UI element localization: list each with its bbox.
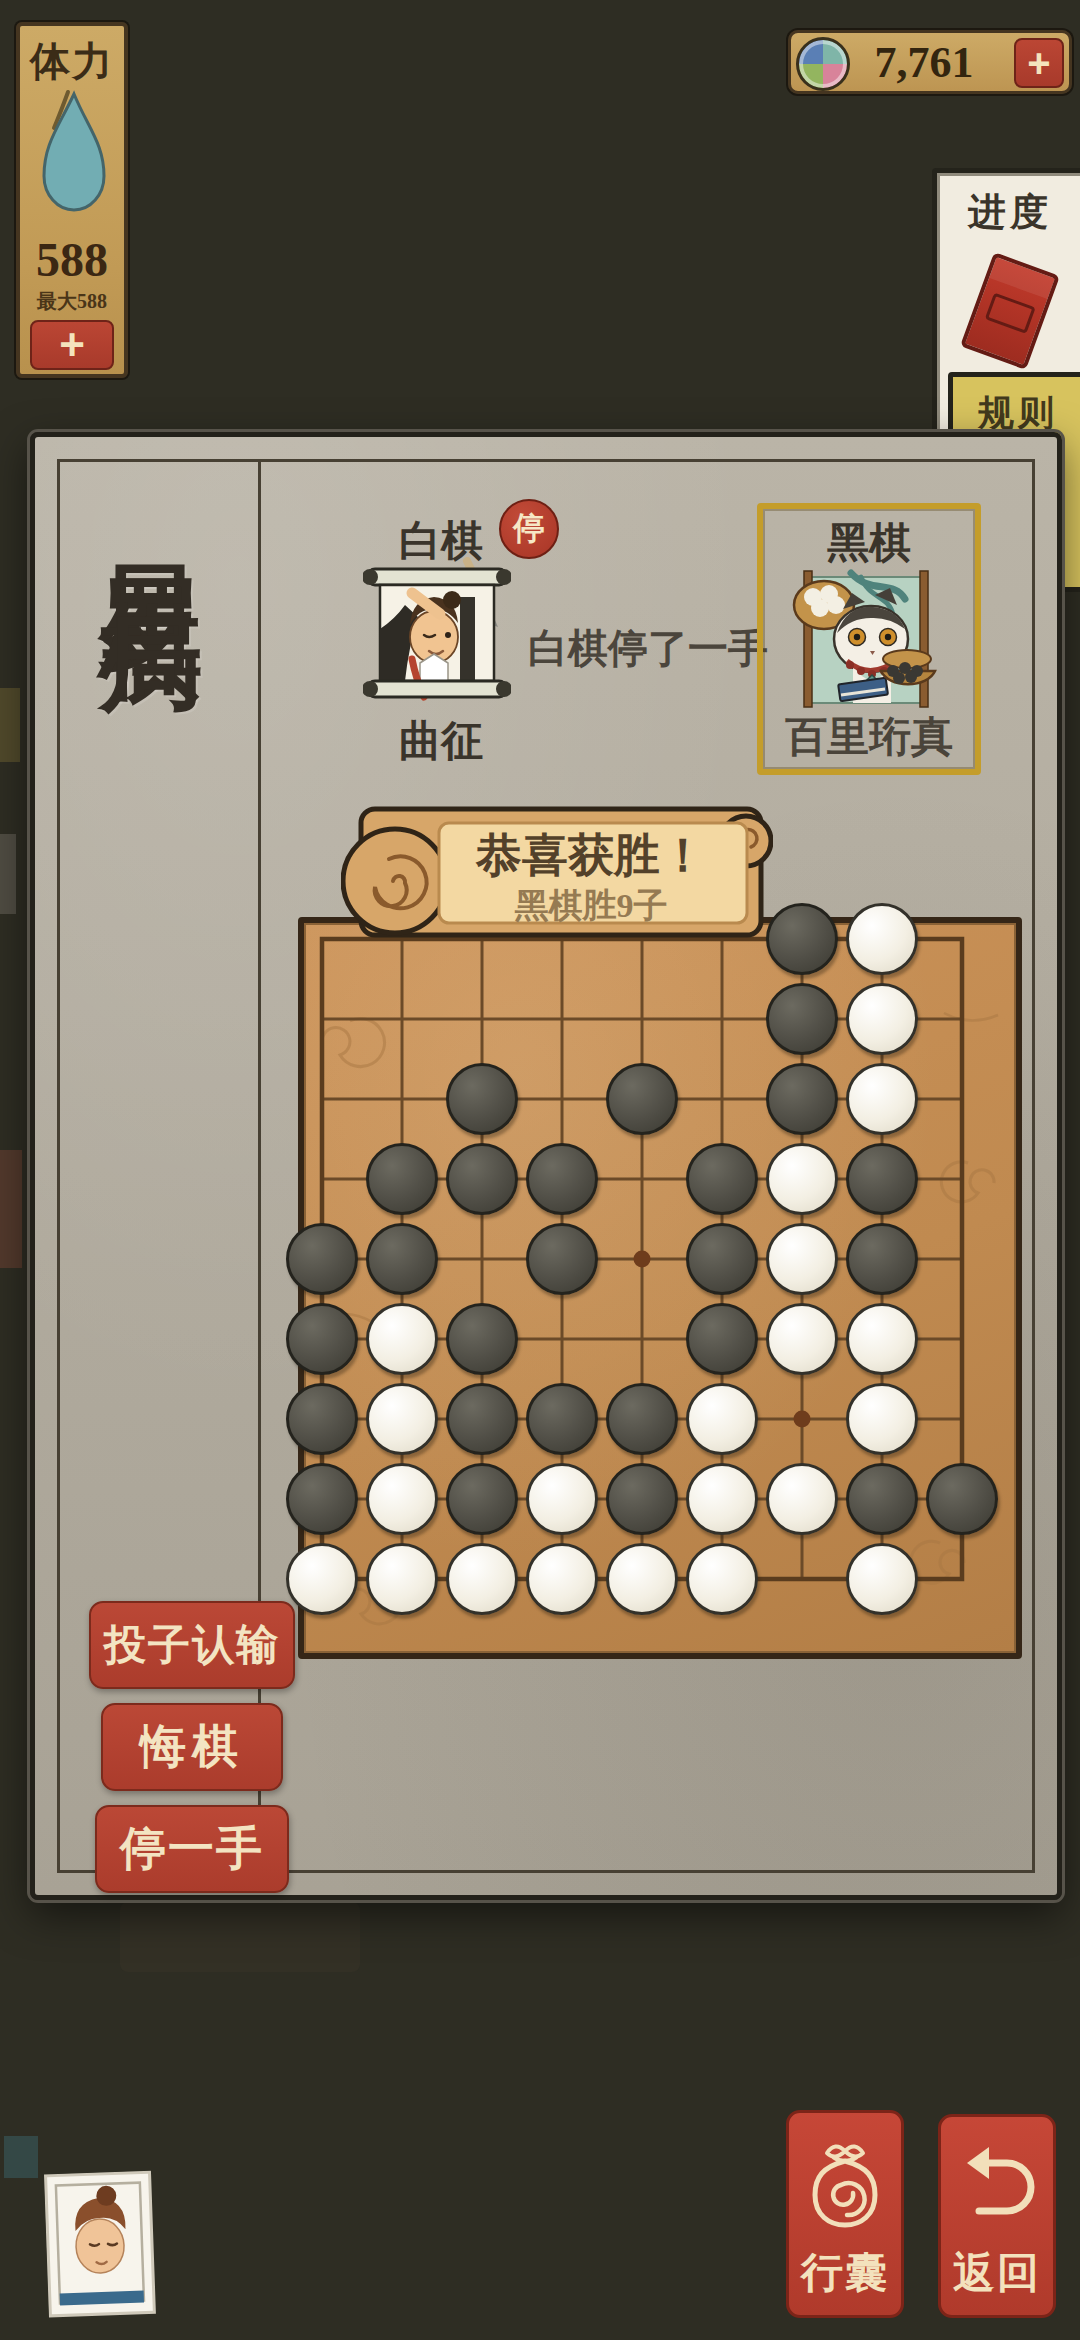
progress-card-label: 进度 (937, 187, 1080, 238)
currency-value: 7,761 (849, 37, 999, 88)
white-stone (766, 1303, 838, 1375)
board-intersection[interactable] (762, 1219, 842, 1299)
black-stone (446, 1463, 518, 1535)
board-intersection[interactable] (442, 1379, 522, 1459)
black-stone (446, 1063, 518, 1135)
white-stone (766, 1463, 838, 1535)
black-stone (446, 1303, 518, 1375)
board-intersection[interactable] (682, 1059, 762, 1139)
bag-button-label: 行囊 (789, 2245, 901, 2301)
board-intersection[interactable] (842, 1379, 922, 1459)
scene-hint (4, 2136, 38, 2178)
board-intersection[interactable] (922, 1139, 1002, 1219)
black-stone (286, 1383, 358, 1455)
back-button-label: 返回 (941, 2245, 1053, 2301)
black-stone (606, 1063, 678, 1135)
board-intersection[interactable] (762, 1059, 842, 1139)
board-intersection[interactable] (522, 979, 602, 1059)
white-stone (366, 1463, 438, 1535)
black-player-avatar (791, 563, 941, 715)
board-intersection[interactable] (682, 1459, 762, 1539)
board-intersection[interactable] (362, 1459, 442, 1539)
board-intersection[interactable] (842, 979, 922, 1059)
black-stone (766, 903, 838, 975)
board-intersection[interactable] (922, 1059, 1002, 1139)
board-intersection[interactable] (282, 1059, 362, 1139)
board-intersection[interactable] (442, 1539, 522, 1619)
black-stone (446, 1143, 518, 1215)
black-stone (366, 1143, 438, 1215)
black-stone (286, 1463, 358, 1535)
board-intersection[interactable] (762, 1139, 842, 1219)
undo-move-button[interactable]: 悔棋 (101, 1703, 283, 1791)
board-intersection[interactable] (922, 1459, 1002, 1539)
black-stone (846, 1223, 918, 1295)
board-intersection[interactable] (602, 1299, 682, 1379)
board-intersection[interactable] (362, 1379, 442, 1459)
board-intersection[interactable] (762, 979, 842, 1059)
back-arrow-icon (949, 2135, 1045, 2247)
black-stone (446, 1383, 518, 1455)
pass-button[interactable]: 停一手 (95, 1805, 289, 1893)
black-stone (846, 1463, 918, 1535)
white-stone (366, 1543, 438, 1615)
board-intersection[interactable] (522, 1059, 602, 1139)
board-intersection[interactable] (602, 1059, 682, 1139)
board-intersection[interactable] (842, 1139, 922, 1219)
board-intersection[interactable] (682, 979, 762, 1059)
board-intersection[interactable] (762, 1539, 842, 1619)
cat-portrait-icon (791, 563, 941, 715)
white-stone (686, 1463, 758, 1535)
currency-gem-icon (796, 37, 850, 91)
board-intersection[interactable] (842, 1539, 922, 1619)
board-intersection[interactable] (922, 1299, 1002, 1379)
black-stone (686, 1143, 758, 1215)
white-stone (846, 903, 918, 975)
board-intersection[interactable] (842, 899, 922, 979)
black-stone (686, 1223, 758, 1295)
black-stone (286, 1223, 358, 1295)
board-intersection[interactable] (362, 1299, 442, 1379)
board-intersection[interactable] (522, 1299, 602, 1379)
progress-book-icon (960, 252, 1060, 370)
board-intersection[interactable] (682, 1379, 762, 1459)
board-intersection[interactable] (282, 979, 362, 1059)
bag-icon (797, 2131, 893, 2247)
board-intersection[interactable] (522, 1459, 602, 1539)
board-intersection[interactable] (522, 1139, 602, 1219)
white-stone (846, 1543, 918, 1615)
board-intersection[interactable] (442, 1139, 522, 1219)
white-stone (286, 1543, 358, 1615)
white-stone (766, 1143, 838, 1215)
white-stone (446, 1543, 518, 1615)
white-stone (526, 1463, 598, 1535)
stamina-label: 体力 (20, 34, 124, 89)
board-intersection[interactable] (602, 1539, 682, 1619)
back-button[interactable]: 返回 (938, 2114, 1056, 2318)
board-intersection[interactable] (602, 1139, 682, 1219)
board-intersection[interactable] (602, 1459, 682, 1539)
black-stone (526, 1383, 598, 1455)
white-stone (366, 1303, 438, 1375)
black-stone (926, 1463, 998, 1535)
page-title: 星罗棋局 (99, 481, 203, 553)
go-board-grid[interactable] (282, 899, 1002, 1619)
white-stone (846, 1303, 918, 1375)
npc-face-icon (43, 2170, 160, 2320)
board-intersection[interactable] (442, 979, 522, 1059)
board-intersection[interactable] (282, 1139, 362, 1219)
board-intersection[interactable] (762, 1379, 842, 1459)
black-stone (526, 1223, 598, 1295)
board-intersection[interactable] (602, 1219, 682, 1299)
board-intersection[interactable] (282, 1379, 362, 1459)
white-stone (366, 1383, 438, 1455)
board-intersection[interactable] (842, 1459, 922, 1539)
stamina-panel: 体力 588 最大588 + (16, 22, 128, 378)
board-intersection[interactable] (362, 979, 442, 1059)
white-player-name: 曲征 (356, 713, 526, 769)
white-stone (686, 1543, 758, 1615)
board-intersection[interactable] (922, 1539, 1002, 1619)
white-stone (606, 1543, 678, 1615)
board-intersection[interactable] (442, 1299, 522, 1379)
currency-bar: 7,761 + (788, 30, 1072, 94)
board-intersection[interactable] (362, 1219, 442, 1299)
board-intersection[interactable] (282, 1539, 362, 1619)
board-intersection[interactable] (762, 899, 842, 979)
board-intersection[interactable] (682, 1139, 762, 1219)
board-intersection[interactable] (682, 1299, 762, 1379)
scene-hint (0, 834, 16, 914)
scene-hint (0, 1150, 22, 1268)
black-player-card: 黑棋 (757, 503, 981, 775)
result-title: 恭喜获胜！ (441, 825, 741, 887)
stamina-value: 588 (20, 232, 124, 287)
board-intersection[interactable] (602, 1379, 682, 1459)
water-drop-icon (38, 84, 106, 224)
board-intersection[interactable] (842, 1219, 922, 1299)
board-intersection[interactable] (522, 1379, 602, 1459)
status-text: 白棋停了一手 (503, 621, 793, 676)
scene-hint (120, 1902, 360, 1972)
black-stone (686, 1303, 758, 1375)
result-detail: 黑棋胜9子 (441, 883, 741, 929)
board-intersection[interactable] (762, 1459, 842, 1539)
result-banner: 恭喜获胜！ 黑棋胜9子 (341, 801, 773, 945)
board-intersection[interactable] (362, 1539, 442, 1619)
board-intersection[interactable] (442, 1059, 522, 1139)
board-intersection[interactable] (522, 1539, 602, 1619)
board-intersection[interactable] (682, 1539, 762, 1619)
board-intersection[interactable] (762, 1299, 842, 1379)
board-intersection[interactable] (442, 1459, 522, 1539)
rules-card-label: 规则 (953, 389, 1080, 438)
bag-button[interactable]: 行囊 (786, 2110, 904, 2318)
go-game-panel: 星罗棋局 白棋 停 (30, 432, 1062, 1900)
black-stone (366, 1223, 438, 1295)
scene-hint (0, 688, 20, 762)
board-intersection[interactable] (282, 1459, 362, 1539)
board-intersection[interactable] (522, 1219, 602, 1299)
board-intersection[interactable] (442, 1219, 522, 1299)
board-intersection[interactable] (842, 1299, 922, 1379)
black-stone (606, 1383, 678, 1455)
white-stone (526, 1543, 598, 1615)
white-player-avatar (363, 557, 511, 709)
black-stone (766, 983, 838, 1055)
black-stone (286, 1303, 358, 1375)
board-intersection[interactable] (922, 899, 1002, 979)
board-intersection[interactable] (922, 1379, 1002, 1459)
stamina-max: 最大588 (20, 288, 124, 315)
board-intersection[interactable] (282, 1299, 362, 1379)
board-intersection[interactable] (602, 979, 682, 1059)
resign-button[interactable]: 投子认输 (89, 1601, 295, 1689)
white-stone (766, 1223, 838, 1295)
black-stone (526, 1143, 598, 1215)
white-stone (846, 983, 918, 1055)
white-stone (846, 1383, 918, 1455)
scroll-portrait-icon (363, 557, 511, 709)
black-stone (606, 1463, 678, 1535)
pass-badge: 停 (499, 499, 559, 559)
board-intersection[interactable] (922, 979, 1002, 1059)
board-intersection[interactable] (362, 1059, 442, 1139)
board-intersection[interactable] (842, 1059, 922, 1139)
stamina-plus-button[interactable]: + (30, 320, 114, 370)
black-player-name: 百里珩真 (763, 709, 975, 765)
board-intersection[interactable] (682, 1219, 762, 1299)
black-stone (846, 1143, 918, 1215)
currency-plus-button[interactable]: + (1014, 38, 1064, 88)
white-stone (686, 1383, 758, 1455)
black-stone (766, 1063, 838, 1135)
board-intersection[interactable] (282, 1219, 362, 1299)
npc-portrait[interactable] (43, 2170, 160, 2320)
game-screen: 体力 588 最大588 + 7,761 + 进度 规则 星罗棋局 白棋 停 (0, 0, 1080, 2340)
board-intersection[interactable] (922, 1219, 1002, 1299)
white-stone (846, 1063, 918, 1135)
board-intersection[interactable] (362, 1139, 442, 1219)
